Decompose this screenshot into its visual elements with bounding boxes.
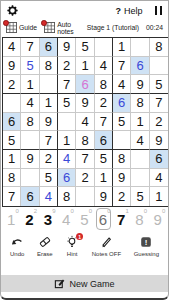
cell-r3c9[interactable]: 5: [150, 75, 168, 94]
stage-label: Stage 1 (Tutorial): [87, 24, 139, 31]
cell-r6c1[interactable]: 5: [3, 131, 21, 150]
keypad-remaining-count: 0: [162, 208, 165, 214]
cell-r8c3[interactable]: 5: [40, 169, 58, 188]
cell-r8c1[interactable]: 8: [3, 169, 21, 188]
keypad-6[interactable]: 60: [94, 208, 112, 231]
keypad-digit: 3: [44, 211, 52, 228]
cell-r7c7[interactable]: 8: [113, 150, 131, 169]
cell-r4c4[interactable]: 5: [58, 94, 76, 113]
cell-r5c1[interactable]: 6: [3, 113, 21, 132]
cell-r9c8[interactable]: 5: [131, 187, 149, 206]
cell-r1c3[interactable]: 6: [40, 38, 58, 57]
cell-r3c3[interactable]: [40, 75, 58, 94]
keypad-digit: 1: [7, 211, 15, 228]
keypad-8[interactable]: 80: [130, 208, 148, 231]
keypad-remaining-count: 2: [34, 208, 37, 214]
erase-button[interactable]: Erase: [37, 235, 53, 257]
number-keypad: 102239405060718090: [1, 208, 168, 231]
keypad-5[interactable]: 50: [75, 208, 93, 231]
keypad-7[interactable]: 71: [112, 208, 130, 231]
keypad-remaining-count: 9: [52, 208, 55, 214]
notes-toggle-button[interactable]: Notes OFF: [92, 235, 121, 257]
cell-r6c7[interactable]: [113, 131, 131, 150]
cell-r9c5[interactable]: [76, 187, 94, 206]
eraser-icon: [38, 235, 52, 249]
pause-icon[interactable]: [155, 6, 163, 15]
cell-r6c5[interactable]: 8: [76, 131, 94, 150]
cell-r4c8[interactable]: 8: [131, 94, 149, 113]
cell-r8c4[interactable]: 6: [58, 169, 76, 188]
cell-r3c5[interactable]: 6: [76, 75, 94, 94]
gear-icon[interactable]: [7, 5, 18, 16]
cell-r1c1[interactable]: 4: [3, 38, 21, 57]
guess-icon: !: [139, 235, 153, 249]
cell-r6c4[interactable]: 1: [58, 131, 76, 150]
cell-r5c3[interactable]: 9: [40, 113, 58, 132]
keypad-remaining-count: 0: [144, 208, 147, 214]
keypad-digit: 8: [135, 211, 143, 228]
cell-r2c9[interactable]: [150, 57, 168, 76]
cell-r1c8[interactable]: [131, 38, 149, 57]
cell-r6c8[interactable]: 4: [131, 131, 149, 150]
cell-r6c6[interactable]: 6: [95, 131, 113, 150]
guessing-button[interactable]: ! Guessing: [134, 235, 159, 257]
cell-r6c9[interactable]: 9: [150, 131, 168, 150]
keypad-remaining-count: 1: [125, 208, 128, 214]
cell-r2c5[interactable]: 1: [76, 57, 94, 76]
sudoku-app: ? Help Guide: [0, 0, 169, 300]
keypad-remaining-count: 0: [15, 208, 18, 214]
cell-r5c6[interactable]: 7: [95, 113, 113, 132]
lightbulb-icon: 1: [65, 235, 79, 249]
cell-r7c5[interactable]: 7: [76, 150, 94, 169]
mini-grid-icon: [44, 22, 55, 33]
guide-button[interactable]: Guide: [6, 22, 37, 33]
pencil-icon: [99, 235, 113, 249]
cell-r2c1[interactable]: 9: [3, 57, 21, 76]
undo-icon: [10, 235, 24, 249]
compose-icon: [54, 278, 65, 289]
help-question-icon[interactable]: ?: [115, 6, 121, 16]
keypad-digit: 4: [62, 211, 70, 228]
sudoku-board: 4769518958214762176849541592687689475125…: [2, 37, 169, 207]
cell-r6c3[interactable]: 7: [40, 131, 58, 150]
cell-r7c6[interactable]: 5: [95, 150, 113, 169]
cell-r8c8[interactable]: [131, 169, 149, 188]
cell-r5c9[interactable]: 2: [150, 113, 168, 132]
cell-r9c1[interactable]: 7: [3, 187, 21, 206]
hint-button[interactable]: 1 Hint: [65, 235, 79, 257]
keypad-remaining-count: 0: [70, 208, 73, 214]
cell-r2c6[interactable]: 4: [95, 57, 113, 76]
hint-badge: 1: [76, 233, 83, 240]
cell-r8c7[interactable]: 9: [113, 169, 131, 188]
cell-r8c6[interactable]: 1: [95, 169, 113, 188]
cell-r1c2[interactable]: 7: [21, 38, 39, 57]
keypad-remaining-count: 0: [107, 208, 110, 214]
new-game-button[interactable]: New Game: [1, 275, 168, 292]
cell-r1c5[interactable]: 5: [76, 38, 94, 57]
cell-r7c1[interactable]: 1: [3, 150, 21, 169]
mini-grid-icon: [6, 22, 17, 33]
cell-r9c6[interactable]: 9: [95, 187, 113, 206]
cell-r7c8[interactable]: [131, 150, 149, 169]
keypad-digit: 7: [117, 211, 125, 228]
cell-r4c1[interactable]: [3, 94, 21, 113]
guide-alert-dot: [3, 20, 9, 26]
cell-r2c3[interactable]: 8: [40, 57, 58, 76]
cell-r9c2[interactable]: 6: [21, 187, 39, 206]
cell-r1c9[interactable]: 8: [150, 38, 168, 57]
cell-r5c5[interactable]: 4: [76, 113, 94, 132]
toolbar: Undo Erase: [1, 235, 168, 257]
cell-r1c6[interactable]: [95, 38, 113, 57]
undo-button[interactable]: Undo: [10, 235, 24, 257]
cell-r6c2[interactable]: [21, 131, 39, 150]
keypad-4[interactable]: 40: [57, 208, 75, 231]
cell-r8c2[interactable]: [21, 169, 39, 188]
keypad-9[interactable]: 90: [149, 208, 167, 231]
cell-r2c2[interactable]: 5: [21, 57, 39, 76]
cell-r7c9[interactable]: 6: [150, 150, 168, 169]
cell-r8c5[interactable]: 2: [76, 169, 94, 188]
spacer: [1, 257, 168, 275]
cell-r4c5[interactable]: 9: [76, 94, 94, 113]
cell-r5c7[interactable]: 5: [113, 113, 131, 132]
timer: 00:24: [146, 24, 163, 31]
cell-r4c3[interactable]: 1: [40, 94, 58, 113]
auto-notes-alert-dot: [41, 20, 47, 26]
cell-r9c9[interactable]: 1: [150, 187, 168, 206]
cell-r2c4[interactable]: 2: [58, 57, 76, 76]
cell-r5c2[interactable]: 8: [21, 113, 39, 132]
top-bar: ? Help: [1, 1, 168, 18]
svg-text:!: !: [145, 238, 148, 247]
keypad-digit: 5: [80, 211, 88, 228]
keypad-2[interactable]: 22: [20, 208, 38, 231]
keypad-remaining-count: 0: [89, 208, 92, 214]
cell-r3c8[interactable]: 9: [131, 75, 149, 94]
keypad-digit: 2: [25, 211, 33, 228]
cell-r3c7[interactable]: 4: [113, 75, 131, 94]
cell-r7c2[interactable]: 9: [21, 150, 39, 169]
cell-r4c6[interactable]: 2: [95, 94, 113, 113]
auto-notes-button[interactable]: Auto notes: [44, 21, 80, 35]
keypad-digit: 9: [154, 211, 162, 228]
cell-r5c4[interactable]: [58, 113, 76, 132]
cell-r4c2[interactable]: 4: [21, 94, 39, 113]
cell-r4c7[interactable]: 6: [113, 94, 131, 113]
cell-r9c4[interactable]: 8: [58, 187, 76, 206]
cell-r7c3[interactable]: 2: [40, 150, 58, 169]
keypad-3[interactable]: 39: [39, 208, 57, 231]
sub-bar: Guide Auto notes Stage 1 (Tutorial) 00:2…: [1, 18, 168, 37]
cell-r8c9[interactable]: 4: [150, 169, 168, 188]
cell-r3c2[interactable]: 1: [21, 75, 39, 94]
cell-r2c8[interactable]: 6: [131, 57, 149, 76]
cell-r9c7[interactable]: 2: [113, 187, 131, 206]
keypad-digit: 6: [99, 211, 107, 228]
cell-r4c9[interactable]: 7: [150, 94, 168, 113]
cell-r1c7[interactable]: 1: [113, 38, 131, 57]
cell-r3c1[interactable]: 2: [3, 75, 21, 94]
cell-r5c8[interactable]: 1: [131, 113, 149, 132]
cell-r2c7[interactable]: 7: [113, 57, 131, 76]
keypad-1[interactable]: 10: [2, 208, 20, 231]
cell-r1c4[interactable]: 9: [58, 38, 76, 57]
help-button[interactable]: Help: [124, 6, 143, 16]
cell-r3c6[interactable]: 8: [95, 75, 113, 94]
cell-r9c3[interactable]: 4: [40, 187, 58, 206]
cell-r3c4[interactable]: 7: [58, 75, 76, 94]
cell-r7c4[interactable]: 4: [58, 150, 76, 169]
